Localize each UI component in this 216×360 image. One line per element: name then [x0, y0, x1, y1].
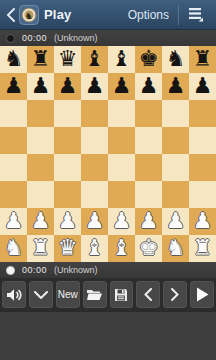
- piece-wp: ♟: [85, 207, 105, 234]
- page-title: Play: [44, 7, 72, 22]
- piece-wr: ♜: [193, 234, 213, 261]
- square-a8[interactable]: ♞: [0, 46, 27, 73]
- piece-wr: ♜: [31, 234, 51, 261]
- square-a2[interactable]: ♟: [0, 208, 27, 235]
- empty-background: [0, 311, 216, 360]
- white-player-name: (Unknown): [54, 265, 98, 275]
- square-a7[interactable]: ♟: [0, 73, 27, 100]
- black-player-bar: 00:00 (Unknown): [0, 30, 216, 46]
- square-b1[interactable]: ♜: [27, 235, 54, 262]
- square-d6[interactable]: [81, 100, 108, 127]
- folder-icon: [86, 288, 103, 301]
- chevron-left-icon: [144, 288, 152, 301]
- square-b8[interactable]: ♜: [27, 46, 54, 73]
- square-e3[interactable]: [108, 181, 135, 208]
- piece-wb: ♝: [85, 234, 105, 261]
- menu-icon: [188, 7, 204, 22]
- white-player-icon: [6, 266, 15, 275]
- piece-bp: ♟: [112, 72, 132, 99]
- piece-wp: ♟: [112, 207, 132, 234]
- open-button[interactable]: [83, 281, 107, 308]
- square-b3[interactable]: [27, 181, 54, 208]
- square-g3[interactable]: [162, 181, 189, 208]
- square-f6[interactable]: [135, 100, 162, 127]
- square-b5[interactable]: [27, 127, 54, 154]
- square-c8[interactable]: ♛: [54, 46, 81, 73]
- move-forward-button[interactable]: [163, 281, 187, 308]
- piece-bp: ♟: [58, 72, 78, 99]
- square-g7[interactable]: ♟: [162, 73, 189, 100]
- square-h6[interactable]: [189, 100, 216, 127]
- piece-bp: ♟: [193, 72, 213, 99]
- play-button[interactable]: [190, 281, 214, 308]
- bottom-toolbar: New: [0, 278, 216, 311]
- square-c5[interactable]: [54, 127, 81, 154]
- square-e5[interactable]: [108, 127, 135, 154]
- piece-bn: ♞: [4, 45, 24, 72]
- piece-wn: ♞: [166, 234, 186, 261]
- square-e1[interactable]: ♝: [108, 235, 135, 262]
- square-e4[interactable]: [108, 154, 135, 181]
- piece-bp: ♟: [139, 72, 159, 99]
- black-clock: 00:00: [22, 33, 47, 43]
- options-button[interactable]: Options: [119, 0, 178, 30]
- square-a6[interactable]: [0, 100, 27, 127]
- square-d8[interactable]: ♝: [81, 46, 108, 73]
- piece-wn: ♞: [4, 234, 24, 261]
- square-b6[interactable]: [27, 100, 54, 127]
- chevron-right-icon: [171, 288, 179, 301]
- piece-bn: ♞: [166, 45, 186, 72]
- square-c7[interactable]: ♟: [54, 73, 81, 100]
- square-b7[interactable]: ♟: [27, 73, 54, 100]
- piece-wp: ♟: [4, 207, 24, 234]
- piece-wq: ♛: [58, 234, 78, 261]
- piece-bb: ♝: [85, 45, 105, 72]
- piece-bq: ♛: [58, 45, 78, 72]
- square-d2[interactable]: ♟: [81, 208, 108, 235]
- square-h8[interactable]: ♜: [189, 46, 216, 73]
- piece-bk: ♚: [139, 45, 159, 72]
- square-g2[interactable]: ♟: [162, 208, 189, 235]
- square-c1[interactable]: ♛: [54, 235, 81, 262]
- menu-button[interactable]: [179, 3, 212, 26]
- square-a1[interactable]: ♞: [0, 235, 27, 262]
- square-b2[interactable]: ♟: [27, 208, 54, 235]
- piece-wp: ♟: [139, 207, 159, 234]
- square-c4[interactable]: [54, 154, 81, 181]
- piece-bp: ♟: [85, 72, 105, 99]
- chevron-down-icon: [34, 291, 48, 299]
- piece-bp: ♟: [4, 72, 24, 99]
- square-f5[interactable]: [135, 127, 162, 154]
- new-game-label: New: [58, 289, 78, 300]
- piece-wp: ♟: [31, 207, 51, 234]
- square-h4[interactable]: [189, 154, 216, 181]
- square-e7[interactable]: ♟: [108, 73, 135, 100]
- square-g1[interactable]: ♞: [162, 235, 189, 262]
- square-h5[interactable]: [189, 127, 216, 154]
- piece-wp: ♟: [166, 207, 186, 234]
- piece-bb: ♝: [112, 45, 132, 72]
- app-logo-icon: ♞: [19, 5, 39, 25]
- square-e2[interactable]: ♟: [108, 208, 135, 235]
- square-h3[interactable]: [189, 181, 216, 208]
- square-h1[interactable]: ♜: [189, 235, 216, 262]
- square-d4[interactable]: [81, 154, 108, 181]
- play-icon: [196, 287, 209, 302]
- black-player-icon: [6, 34, 15, 43]
- square-a5[interactable]: [0, 127, 27, 154]
- square-c2[interactable]: ♟: [54, 208, 81, 235]
- sound-button[interactable]: [2, 281, 26, 308]
- chess-board[interactable]: ♞♜♛♝♝♚♞♜♟♟♟♟♟♟♟♟♟♟♟♟♟♟♟♟♞♜♛♝♝♚♞♜: [0, 46, 216, 262]
- piece-br: ♜: [31, 45, 51, 72]
- black-player-name: (Unknown): [54, 33, 98, 43]
- square-a4[interactable]: [0, 154, 27, 181]
- action-bar: ♞ Play Options: [0, 0, 216, 30]
- speaker-icon: [6, 288, 22, 302]
- square-b4[interactable]: [27, 154, 54, 181]
- square-h7[interactable]: ♟: [189, 73, 216, 100]
- piece-wp: ♟: [58, 207, 78, 234]
- square-f1[interactable]: ♚: [135, 235, 162, 262]
- square-d7[interactable]: ♟: [81, 73, 108, 100]
- piece-wb: ♝: [112, 234, 132, 261]
- square-g4[interactable]: [162, 154, 189, 181]
- square-d5[interactable]: [81, 127, 108, 154]
- square-c3[interactable]: [54, 181, 81, 208]
- square-f8[interactable]: ♚: [135, 46, 162, 73]
- square-f3[interactable]: [135, 181, 162, 208]
- square-g8[interactable]: ♞: [162, 46, 189, 73]
- save-button[interactable]: [110, 281, 134, 308]
- square-f2[interactable]: ♟: [135, 208, 162, 235]
- square-g6[interactable]: [162, 100, 189, 127]
- square-a3[interactable]: [0, 181, 27, 208]
- move-back-button[interactable]: [136, 281, 160, 308]
- floppy-icon: [114, 288, 128, 302]
- square-e6[interactable]: [108, 100, 135, 127]
- square-d1[interactable]: ♝: [81, 235, 108, 262]
- square-d3[interactable]: [81, 181, 108, 208]
- piece-bp: ♟: [31, 72, 51, 99]
- square-e8[interactable]: ♝: [108, 46, 135, 73]
- piece-br: ♜: [193, 45, 213, 72]
- white-clock: 00:00: [22, 265, 47, 275]
- back-button[interactable]: [4, 8, 17, 22]
- piece-wp: ♟: [193, 207, 213, 234]
- svg-text:♞: ♞: [25, 10, 33, 20]
- square-f7[interactable]: ♟: [135, 73, 162, 100]
- square-h2[interactable]: ♟: [189, 208, 216, 235]
- square-c6[interactable]: [54, 100, 81, 127]
- square-f4[interactable]: [135, 154, 162, 181]
- collapse-button[interactable]: [29, 281, 53, 308]
- new-game-button[interactable]: New: [56, 281, 80, 308]
- white-player-bar: 00:00 (Unknown): [0, 262, 216, 278]
- square-g5[interactable]: [162, 127, 189, 154]
- piece-wk: ♚: [139, 234, 159, 261]
- chevron-left-icon: [6, 8, 15, 22]
- piece-bp: ♟: [166, 72, 186, 99]
